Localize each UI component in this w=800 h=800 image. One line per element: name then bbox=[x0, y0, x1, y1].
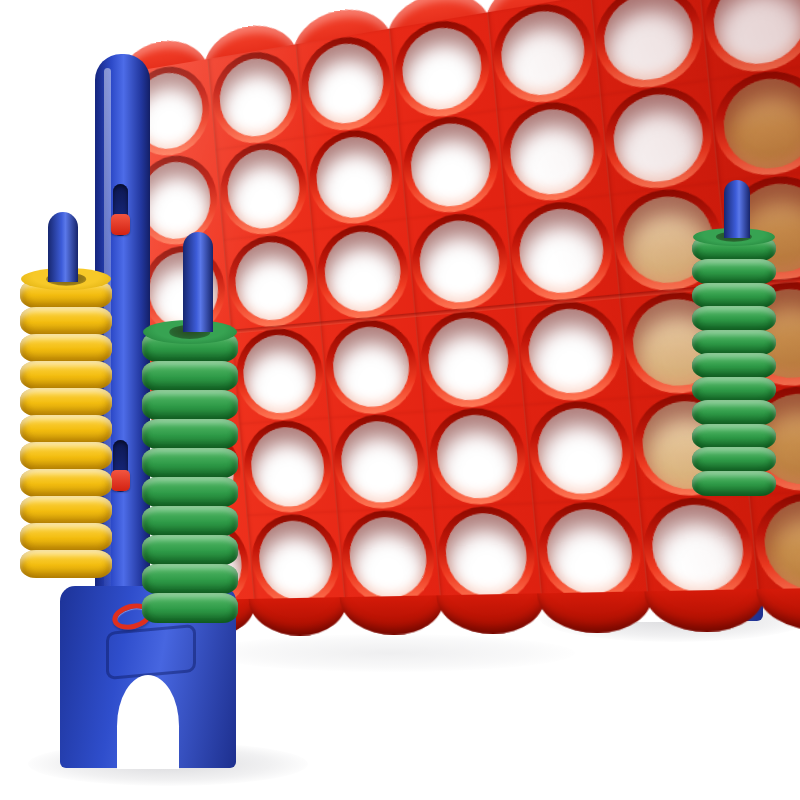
yellow-disc bbox=[20, 307, 112, 335]
green-disc-stack-right bbox=[692, 180, 776, 496]
board-hole bbox=[507, 105, 598, 199]
yellow-disc bbox=[20, 334, 112, 362]
board-cell-r4c5 bbox=[514, 296, 628, 404]
board-hole bbox=[232, 239, 310, 324]
green-disc bbox=[692, 400, 776, 425]
board-cell-r6c3 bbox=[337, 508, 441, 607]
board-cell-r5c2 bbox=[238, 418, 337, 516]
board-cell-r4c3 bbox=[320, 315, 423, 418]
board-cell-r6c7 bbox=[749, 490, 800, 600]
yellow-disc bbox=[20, 415, 112, 443]
board-hole bbox=[443, 512, 531, 597]
board-hole bbox=[720, 73, 800, 173]
board-cell-r2c3 bbox=[304, 124, 406, 230]
board-cell-r1c3 bbox=[296, 29, 398, 137]
board-hole bbox=[240, 332, 319, 416]
board-hole bbox=[248, 426, 327, 508]
board-cell-r1c6 bbox=[590, 0, 708, 95]
board-cell-r3c3 bbox=[312, 219, 415, 323]
green-disc bbox=[692, 447, 776, 472]
board-cell-r4c4 bbox=[415, 306, 523, 411]
floor-shadow-center bbox=[205, 634, 575, 672]
board-hole bbox=[525, 305, 617, 396]
green-disc bbox=[692, 424, 776, 449]
board-cell-r4c2 bbox=[230, 324, 328, 424]
board-hole bbox=[425, 315, 512, 403]
board-cell-r6c4 bbox=[432, 504, 541, 605]
left-leg-panel bbox=[106, 624, 196, 680]
green-disc bbox=[692, 330, 776, 355]
yellow-disc bbox=[20, 550, 112, 578]
board-hole bbox=[761, 499, 800, 591]
green-disc bbox=[142, 506, 238, 536]
board-hole bbox=[710, 0, 800, 70]
board-hole bbox=[543, 508, 635, 595]
board-hole bbox=[434, 413, 521, 500]
board-hole bbox=[347, 516, 430, 599]
green-disc bbox=[692, 377, 776, 402]
green-disc-stack-left bbox=[142, 232, 238, 623]
green-disc bbox=[692, 283, 776, 308]
board-hole bbox=[498, 5, 588, 101]
post-slot-upper bbox=[113, 184, 128, 236]
yellow-disc bbox=[20, 496, 112, 524]
board-hole bbox=[256, 520, 335, 601]
disc-pile bbox=[142, 332, 238, 623]
board-cell-r2c7 bbox=[708, 63, 800, 182]
yellow-disc bbox=[20, 361, 112, 389]
yellow-disc-stack bbox=[20, 212, 112, 578]
scallop-bump bbox=[436, 593, 548, 634]
board-hole bbox=[399, 22, 485, 115]
board-hole bbox=[338, 420, 421, 504]
board-cell-r6c5 bbox=[532, 499, 647, 603]
green-disc bbox=[692, 471, 776, 496]
scallop-bump bbox=[757, 587, 800, 632]
board-cell-r1c5 bbox=[487, 0, 599, 110]
board-hole bbox=[416, 217, 503, 307]
board-hole bbox=[534, 406, 626, 495]
board-cell-r1c4 bbox=[389, 12, 496, 123]
green-disc bbox=[142, 593, 238, 623]
board-hole bbox=[306, 38, 388, 128]
green-disc bbox=[142, 419, 238, 449]
board-cell-r1c2 bbox=[207, 44, 304, 149]
green-disc bbox=[692, 259, 776, 284]
yellow-disc bbox=[20, 442, 112, 470]
board-hole bbox=[330, 324, 413, 410]
board-hole bbox=[322, 228, 404, 315]
red-slider-upper bbox=[111, 214, 130, 235]
green-disc bbox=[142, 564, 238, 594]
board-cell-r3c4 bbox=[406, 208, 514, 315]
scallop-bump bbox=[644, 589, 769, 632]
board-hole bbox=[224, 146, 302, 233]
board-hole bbox=[516, 205, 607, 297]
storage-pole bbox=[724, 180, 750, 238]
board-cell-r2c2 bbox=[215, 137, 312, 241]
product-photo bbox=[0, 0, 800, 800]
board-cell-r5c5 bbox=[523, 398, 638, 504]
board-cell-r5c4 bbox=[423, 405, 532, 508]
storage-pole bbox=[48, 212, 78, 282]
yellow-disc bbox=[20, 523, 112, 551]
green-disc bbox=[142, 535, 238, 565]
green-disc bbox=[142, 448, 238, 478]
board-hole bbox=[611, 89, 707, 186]
left-leg-arch bbox=[117, 675, 179, 769]
red-slider-lower bbox=[111, 470, 130, 491]
board-cell-r2c6 bbox=[599, 80, 718, 196]
green-disc bbox=[142, 361, 238, 391]
board-cell-r3c5 bbox=[505, 195, 618, 305]
green-disc bbox=[142, 477, 238, 507]
scallop-bump bbox=[248, 597, 349, 636]
board-cell-r6c6 bbox=[638, 495, 759, 602]
disc-pile bbox=[692, 236, 776, 496]
board-cell-r2c5 bbox=[496, 95, 609, 207]
post-slot-lower bbox=[113, 440, 128, 492]
green-disc bbox=[692, 353, 776, 378]
board-cell-r6c2 bbox=[246, 512, 345, 608]
green-disc bbox=[692, 306, 776, 331]
board-hole bbox=[601, 0, 696, 86]
board-cell-r5c3 bbox=[329, 411, 432, 512]
board-hole bbox=[216, 53, 294, 141]
board-hole bbox=[408, 119, 494, 210]
yellow-disc bbox=[20, 469, 112, 497]
board-hole bbox=[314, 133, 396, 222]
board-cell-r2c4 bbox=[397, 110, 504, 219]
yellow-disc bbox=[20, 388, 112, 416]
board-hole bbox=[649, 504, 746, 594]
green-disc bbox=[142, 390, 238, 420]
storage-pole bbox=[183, 232, 213, 332]
scallop-bump bbox=[537, 591, 655, 633]
disc-pile bbox=[20, 280, 112, 578]
scallop-bump bbox=[340, 595, 447, 635]
